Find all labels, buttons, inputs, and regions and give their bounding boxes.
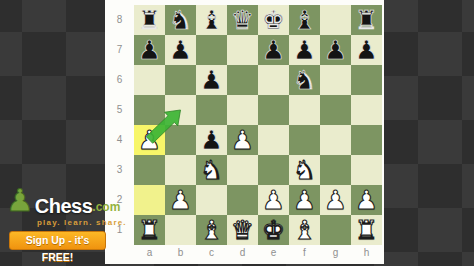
file-label-b: b <box>165 246 196 262</box>
square-d8[interactable]: ♛ <box>227 5 258 35</box>
square-f8[interactable]: ♝ <box>289 5 320 35</box>
square-c5[interactable] <box>196 95 227 125</box>
piece-wB-f1[interactable]: ♝ <box>293 215 316 245</box>
piece-wN-c3[interactable]: ♞ <box>200 155 223 185</box>
square-e6[interactable] <box>258 65 289 95</box>
piece-bP-c6[interactable]: ♟ <box>200 65 223 95</box>
file-label-e: e <box>258 246 289 262</box>
piece-bQ-d8[interactable]: ♛ <box>231 5 254 35</box>
piece-bP-g7[interactable]: ♟ <box>324 35 347 65</box>
piece-bP-b7[interactable]: ♟ <box>169 35 192 65</box>
piece-wN-f3[interactable]: ♞ <box>293 155 316 185</box>
chesscom-logo[interactable]: ♟Chess.com <box>6 184 108 217</box>
rank-label-8: 8 <box>105 5 134 35</box>
square-h7[interactable]: ♟ <box>351 35 382 65</box>
piece-bK-e8[interactable]: ♚ <box>262 5 285 35</box>
square-h2[interactable]: ♟ <box>351 185 382 215</box>
piece-bP-c4[interactable]: ♟ <box>200 125 223 155</box>
video-frame: 87654321 ♜♞♝♛♚♝♜♟♟♟♟♟♟♟♞♟♟♟♞♞♟♟♟♟♟♜♝♛♚♝♜… <box>0 0 474 266</box>
file-label-h: h <box>351 246 382 262</box>
square-a1[interactable]: ♜ <box>134 215 165 245</box>
piece-bP-a7[interactable]: ♟ <box>138 35 161 65</box>
file-label-g: g <box>320 246 351 262</box>
file-label-a: a <box>134 246 165 262</box>
square-a2[interactable] <box>134 185 165 215</box>
file-label-d: d <box>227 246 258 262</box>
square-e8[interactable]: ♚ <box>258 5 289 35</box>
piece-bP-e7[interactable]: ♟ <box>262 35 285 65</box>
square-a7[interactable]: ♟ <box>134 35 165 65</box>
sign-up-button[interactable]: Sign Up - it's FREE! <box>9 231 106 250</box>
square-h4[interactable] <box>351 125 382 155</box>
square-e1[interactable]: ♚ <box>258 215 289 245</box>
square-f1[interactable]: ♝ <box>289 215 320 245</box>
chess-board[interactable]: ♜♞♝♛♚♝♜♟♟♟♟♟♟♟♞♟♟♟♞♞♟♟♟♟♟♜♝♛♚♝♜ <box>134 5 382 245</box>
square-f3[interactable]: ♞ <box>289 155 320 185</box>
square-d3[interactable] <box>227 155 258 185</box>
piece-wQ-d1[interactable]: ♛ <box>231 215 254 245</box>
square-g2[interactable]: ♟ <box>320 185 351 215</box>
file-label-f: f <box>289 246 320 262</box>
square-d5[interactable] <box>227 95 258 125</box>
logo-text: Chess <box>35 195 93 217</box>
file-label-c: c <box>196 246 227 262</box>
piece-wR-h1[interactable]: ♜ <box>355 215 378 245</box>
square-f4[interactable] <box>289 125 320 155</box>
piece-bR-h8[interactable]: ♜ <box>355 5 378 35</box>
square-g8[interactable] <box>320 5 351 35</box>
piece-bR-a8[interactable]: ♜ <box>138 5 161 35</box>
piece-wP-b2[interactable]: ♟ <box>169 185 192 215</box>
square-b5[interactable] <box>165 95 196 125</box>
piece-wB-c1[interactable]: ♝ <box>200 215 223 245</box>
square-c3[interactable]: ♞ <box>196 155 227 185</box>
piece-wP-d4[interactable]: ♟ <box>231 125 254 155</box>
piece-bB-c8[interactable]: ♝ <box>200 5 223 35</box>
rank-label-6: 6 <box>105 65 134 95</box>
piece-wK-e1[interactable]: ♚ <box>262 215 285 245</box>
square-h1[interactable]: ♜ <box>351 215 382 245</box>
square-e4[interactable] <box>258 125 289 155</box>
square-b3[interactable] <box>165 155 196 185</box>
square-c2[interactable] <box>196 185 227 215</box>
square-d7[interactable] <box>227 35 258 65</box>
square-e5[interactable] <box>258 95 289 125</box>
square-g4[interactable] <box>320 125 351 155</box>
square-e2[interactable]: ♟ <box>258 185 289 215</box>
square-g3[interactable] <box>320 155 351 185</box>
piece-wP-h2[interactable]: ♟ <box>355 185 378 215</box>
piece-bP-f7[interactable]: ♟ <box>293 35 316 65</box>
rank-label-4: 4 <box>105 125 134 155</box>
pawn-icon: ♟ <box>6 184 34 217</box>
rank-label-5: 5 <box>105 95 134 125</box>
square-b6[interactable] <box>165 65 196 95</box>
square-a8[interactable]: ♜ <box>134 5 165 35</box>
square-f2[interactable]: ♟ <box>289 185 320 215</box>
square-g1[interactable] <box>320 215 351 245</box>
piece-wP-a4[interactable]: ♟ <box>138 125 161 155</box>
tagline: play. learn. share. <box>37 218 108 227</box>
square-e7[interactable]: ♟ <box>258 35 289 65</box>
square-d1[interactable]: ♛ <box>227 215 258 245</box>
piece-bN-b8[interactable]: ♞ <box>169 5 192 35</box>
square-c7[interactable] <box>196 35 227 65</box>
piece-bP-h7[interactable]: ♟ <box>355 35 378 65</box>
square-h3[interactable] <box>351 155 382 185</box>
square-a5[interactable] <box>134 95 165 125</box>
square-g6[interactable] <box>320 65 351 95</box>
square-f7[interactable]: ♟ <box>289 35 320 65</box>
square-a4[interactable]: ♟ <box>134 125 165 155</box>
file-labels: abcdefgh <box>134 246 382 262</box>
square-d4[interactable]: ♟ <box>227 125 258 155</box>
square-c6[interactable]: ♟ <box>196 65 227 95</box>
piece-wR-a1[interactable]: ♜ <box>138 215 161 245</box>
square-d6[interactable] <box>227 65 258 95</box>
square-h8[interactable]: ♜ <box>351 5 382 35</box>
square-e3[interactable] <box>258 155 289 185</box>
square-b1[interactable] <box>165 215 196 245</box>
square-b8[interactable]: ♞ <box>165 5 196 35</box>
piece-bB-f8[interactable]: ♝ <box>293 5 316 35</box>
piece-wP-f2[interactable]: ♟ <box>293 185 316 215</box>
square-a6[interactable] <box>134 65 165 95</box>
piece-wP-g2[interactable]: ♟ <box>324 185 347 215</box>
piece-wP-e2[interactable]: ♟ <box>262 185 285 215</box>
board-frame: 87654321 ♜♞♝♛♚♝♜♟♟♟♟♟♟♟♞♟♟♟♞♞♟♟♟♟♟♜♝♛♚♝♜… <box>105 0 384 264</box>
square-a3[interactable] <box>134 155 165 185</box>
square-h5[interactable] <box>351 95 382 125</box>
square-b2[interactable]: ♟ <box>165 185 196 215</box>
square-g5[interactable] <box>320 95 351 125</box>
square-c1[interactable]: ♝ <box>196 215 227 245</box>
square-f6[interactable]: ♞ <box>289 65 320 95</box>
square-g7[interactable]: ♟ <box>320 35 351 65</box>
piece-bN-f6[interactable]: ♞ <box>293 65 316 95</box>
square-h6[interactable] <box>351 65 382 95</box>
logo-tld: .com <box>92 198 120 217</box>
square-c8[interactable]: ♝ <box>196 5 227 35</box>
rank-label-3: 3 <box>105 155 134 185</box>
square-f5[interactable] <box>289 95 320 125</box>
rank-label-7: 7 <box>105 35 134 65</box>
square-c4[interactable]: ♟ <box>196 125 227 155</box>
square-b4[interactable] <box>165 125 196 155</box>
square-b7[interactable]: ♟ <box>165 35 196 65</box>
branding-block: ♟Chess.com play. learn. share. Sign Up -… <box>6 184 108 250</box>
square-d2[interactable] <box>227 185 258 215</box>
